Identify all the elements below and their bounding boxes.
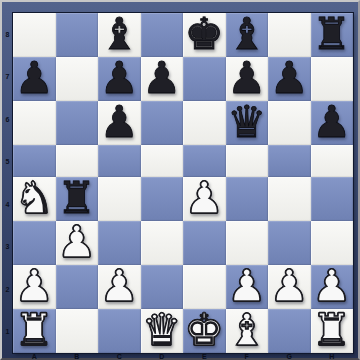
square-e6[interactable] bbox=[183, 101, 226, 145]
square-a3[interactable] bbox=[13, 221, 56, 265]
square-e2[interactable] bbox=[183, 265, 226, 309]
rank-label-4: 4 bbox=[2, 183, 13, 226]
square-d2[interactable] bbox=[141, 265, 184, 309]
square-h4[interactable] bbox=[311, 177, 354, 221]
square-b8[interactable] bbox=[56, 13, 99, 57]
piece-black-rook-h8[interactable]: ♜ bbox=[312, 12, 351, 56]
square-c6[interactable]: ♟ bbox=[98, 101, 141, 145]
piece-black-pawn-d7[interactable]: ♟ bbox=[142, 56, 181, 100]
file-labels: ABCDEFGH bbox=[13, 352, 353, 360]
file-label-b: B bbox=[56, 352, 99, 360]
piece-white-pawn-h2[interactable]: ♟ bbox=[312, 264, 351, 308]
square-d7[interactable]: ♟ bbox=[141, 57, 184, 101]
square-d5[interactable] bbox=[141, 145, 184, 177]
square-h1[interactable]: ♜ bbox=[311, 309, 354, 353]
square-b6[interactable] bbox=[56, 101, 99, 145]
square-f1[interactable]: ♝ bbox=[226, 309, 269, 353]
piece-black-bishop-c8[interactable]: ♝ bbox=[100, 12, 139, 56]
square-c4[interactable] bbox=[98, 177, 141, 221]
square-d3[interactable] bbox=[141, 221, 184, 265]
piece-black-pawn-f7[interactable]: ♟ bbox=[227, 56, 266, 100]
piece-black-pawn-a7[interactable]: ♟ bbox=[15, 56, 54, 100]
chessboard-frame: 87654321 ABCDEFGH ♝♚♝♜♟♟♟♟♟♟♛♟♞♜♟♟♟♟♟♟♟♜… bbox=[0, 0, 360, 360]
square-c8[interactable]: ♝ bbox=[98, 13, 141, 57]
piece-white-pawn-c2[interactable]: ♟ bbox=[100, 264, 139, 308]
square-a6[interactable] bbox=[13, 101, 56, 145]
square-e8[interactable]: ♚ bbox=[183, 13, 226, 57]
square-f5[interactable] bbox=[226, 145, 269, 177]
rank-label-1: 1 bbox=[2, 311, 13, 354]
piece-white-rook-a1[interactable]: ♜ bbox=[15, 308, 54, 352]
piece-black-king-e8[interactable]: ♚ bbox=[185, 12, 224, 56]
piece-white-pawn-a2[interactable]: ♟ bbox=[15, 264, 54, 308]
square-d6[interactable] bbox=[141, 101, 184, 145]
square-g6[interactable] bbox=[268, 101, 311, 145]
piece-white-king-e1[interactable]: ♚ bbox=[185, 308, 224, 352]
square-f7[interactable]: ♟ bbox=[226, 57, 269, 101]
piece-white-pawn-e4[interactable]: ♟ bbox=[185, 176, 224, 220]
square-f8[interactable]: ♝ bbox=[226, 13, 269, 57]
square-c2[interactable]: ♟ bbox=[98, 265, 141, 309]
piece-black-bishop-f8[interactable]: ♝ bbox=[227, 12, 266, 56]
piece-black-pawn-c6[interactable]: ♟ bbox=[100, 100, 139, 144]
square-c5[interactable] bbox=[98, 145, 141, 177]
square-b3[interactable]: ♟ bbox=[56, 221, 99, 265]
piece-white-pawn-g2[interactable]: ♟ bbox=[270, 264, 309, 308]
square-a8[interactable] bbox=[13, 13, 56, 57]
square-e7[interactable] bbox=[183, 57, 226, 101]
square-g3[interactable] bbox=[268, 221, 311, 265]
piece-white-pawn-b3[interactable]: ♟ bbox=[57, 220, 96, 264]
square-g5[interactable] bbox=[268, 145, 311, 177]
square-c7[interactable]: ♟ bbox=[98, 57, 141, 101]
square-f3[interactable] bbox=[226, 221, 269, 265]
square-g2[interactable]: ♟ bbox=[268, 265, 311, 309]
square-g8[interactable] bbox=[268, 13, 311, 57]
square-e3[interactable] bbox=[183, 221, 226, 265]
piece-black-queen-f6[interactable]: ♛ bbox=[227, 100, 266, 144]
rank-label-8: 8 bbox=[2, 13, 13, 56]
square-c3[interactable] bbox=[98, 221, 141, 265]
piece-black-pawn-c7[interactable]: ♟ bbox=[100, 56, 139, 100]
square-a7[interactable]: ♟ bbox=[13, 57, 56, 101]
square-h8[interactable]: ♜ bbox=[311, 13, 354, 57]
piece-black-rook-b4[interactable]: ♜ bbox=[57, 176, 96, 220]
square-e1[interactable]: ♚ bbox=[183, 309, 226, 353]
square-h5[interactable] bbox=[311, 145, 354, 177]
square-a4[interactable]: ♞ bbox=[13, 177, 56, 221]
piece-white-pawn-f2[interactable]: ♟ bbox=[227, 264, 266, 308]
rank-label-5: 5 bbox=[2, 141, 13, 184]
file-label-c: C bbox=[98, 352, 141, 360]
square-b1[interactable] bbox=[56, 309, 99, 353]
square-h3[interactable] bbox=[311, 221, 354, 265]
square-f6[interactable]: ♛ bbox=[226, 101, 269, 145]
square-h6[interactable]: ♟ bbox=[311, 101, 354, 145]
rank-label-3: 3 bbox=[2, 226, 13, 269]
square-h2[interactable]: ♟ bbox=[311, 265, 354, 309]
square-f4[interactable] bbox=[226, 177, 269, 221]
square-a2[interactable]: ♟ bbox=[13, 265, 56, 309]
square-a1[interactable]: ♜ bbox=[13, 309, 56, 353]
piece-white-queen-d1[interactable]: ♛ bbox=[142, 308, 181, 352]
square-b2[interactable] bbox=[56, 265, 99, 309]
square-b7[interactable] bbox=[56, 57, 99, 101]
square-f2[interactable]: ♟ bbox=[226, 265, 269, 309]
square-d1[interactable]: ♛ bbox=[141, 309, 184, 353]
piece-black-pawn-h6[interactable]: ♟ bbox=[312, 100, 351, 144]
square-d8[interactable] bbox=[141, 13, 184, 57]
square-g7[interactable]: ♟ bbox=[268, 57, 311, 101]
square-d4[interactable] bbox=[141, 177, 184, 221]
rank-label-2: 2 bbox=[2, 268, 13, 311]
square-g4[interactable] bbox=[268, 177, 311, 221]
square-g1[interactable] bbox=[268, 309, 311, 353]
chess-board[interactable]: ♝♚♝♜♟♟♟♟♟♟♛♟♞♜♟♟♟♟♟♟♟♜♛♚♝♜ bbox=[13, 13, 353, 353]
rank-labels: 87654321 bbox=[2, 13, 13, 353]
file-label-g: G bbox=[268, 352, 311, 360]
square-h7[interactable] bbox=[311, 57, 354, 101]
piece-white-rook-h1[interactable]: ♜ bbox=[312, 308, 351, 352]
rank-label-6: 6 bbox=[2, 98, 13, 141]
square-e4[interactable]: ♟ bbox=[183, 177, 226, 221]
square-b4[interactable]: ♜ bbox=[56, 177, 99, 221]
square-c1[interactable] bbox=[98, 309, 141, 353]
rank-label-7: 7 bbox=[2, 56, 13, 99]
piece-white-bishop-f1[interactable]: ♝ bbox=[227, 308, 266, 352]
piece-white-knight-a4[interactable]: ♞ bbox=[15, 176, 54, 220]
piece-black-pawn-g7[interactable]: ♟ bbox=[270, 56, 309, 100]
